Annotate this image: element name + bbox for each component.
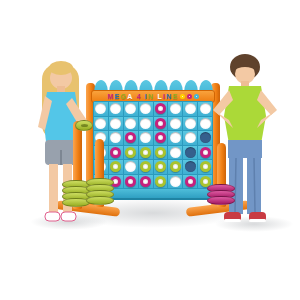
banner-letter: L [157, 93, 162, 100]
empty-hole [125, 103, 136, 114]
empty-hole [110, 118, 121, 129]
cell-r4c6[interactable] [168, 146, 182, 160]
banner-letter: I [163, 93, 165, 100]
cell-r4c4[interactable] [139, 146, 153, 160]
banner-letter: G [121, 93, 127, 100]
cell-r6c6[interactable] [168, 175, 182, 189]
banner-ring-icon [180, 94, 185, 99]
banner-letter: E [115, 93, 120, 100]
cell-r1c2[interactable] [109, 102, 123, 116]
cell-r2c7[interactable] [183, 117, 197, 131]
empty-hole [140, 103, 151, 114]
cell-r6c4[interactable] [139, 175, 153, 189]
dark-hole [185, 161, 196, 172]
cell-r3c6[interactable] [168, 131, 182, 145]
green-ring-stack [86, 178, 114, 205]
empty-hole [185, 103, 196, 114]
magenta-ring [155, 103, 166, 114]
banner-letter: N [166, 93, 171, 100]
cell-r5c4[interactable] [139, 160, 153, 174]
cell-r5c5[interactable] [154, 160, 168, 174]
green-ring [170, 161, 181, 172]
cell-r2c5[interactable] [154, 117, 168, 131]
cell-r4c2[interactable] [109, 146, 123, 160]
cell-r5c6[interactable] [168, 160, 182, 174]
board-grid [93, 101, 213, 189]
cell-r2c4[interactable] [139, 117, 153, 131]
cell-r4c5[interactable] [154, 146, 168, 160]
green-spare-ring [86, 196, 114, 205]
empty-hole [170, 176, 181, 187]
green-ring [140, 161, 151, 172]
green-ring [155, 147, 166, 158]
girl-shoe [45, 212, 60, 221]
green-ring [110, 161, 121, 172]
cell-r1c7[interactable] [183, 102, 197, 116]
cell-r3c7[interactable] [183, 131, 197, 145]
cell-r4c7[interactable] [183, 146, 197, 160]
cell-r5c7[interactable] [183, 160, 197, 174]
empty-hole [110, 132, 121, 143]
banner-letter: M [107, 93, 113, 100]
magenta-ring [155, 132, 166, 143]
cell-r2c2[interactable] [109, 117, 123, 131]
cell-r3c2[interactable] [109, 131, 123, 145]
green-ring [155, 176, 166, 187]
dark-hole [185, 147, 196, 158]
banner-letter: N [148, 93, 153, 100]
empty-hole [185, 118, 196, 129]
girl-leg [49, 164, 58, 214]
empty-hole [170, 103, 181, 114]
magenta-ring [140, 176, 151, 187]
magenta-ring [125, 132, 136, 143]
cell-r3c3[interactable] [124, 131, 138, 145]
cell-r6c3[interactable] [124, 175, 138, 189]
banner-ring-icon [194, 94, 199, 99]
empty-hole [140, 132, 151, 143]
magenta-ring [125, 176, 136, 187]
empty-hole [170, 118, 181, 129]
cell-r2c3[interactable] [124, 117, 138, 131]
cell-r6c5[interactable] [154, 175, 168, 189]
magenta-ring [110, 147, 121, 158]
empty-hole [170, 132, 181, 143]
cell-r1c5[interactable] [154, 102, 168, 116]
cell-r3c5[interactable] [154, 131, 168, 145]
cell-r1c6[interactable] [168, 102, 182, 116]
magenta-ring-stack [207, 184, 235, 205]
cell-r1c3[interactable] [124, 102, 138, 116]
magenta-ring [155, 118, 166, 129]
empty-hole [170, 147, 181, 158]
cell-r2c6[interactable] [168, 117, 182, 131]
empty-hole [185, 132, 196, 143]
empty-hole [140, 118, 151, 129]
magenta-spare-ring [207, 196, 235, 205]
held-green-ring [75, 120, 93, 131]
banner-letter: I [145, 93, 147, 100]
green-ring [125, 147, 136, 158]
banner-letter: E [173, 93, 178, 100]
banner-letter: 4 [137, 93, 141, 100]
green-ring [155, 161, 166, 172]
cell-r5c2[interactable] [109, 160, 123, 174]
banner-ring-icon [187, 94, 192, 99]
green-ring [140, 147, 151, 158]
cell-r6c7[interactable] [183, 175, 197, 189]
empty-hole [125, 161, 136, 172]
cell-r1c4[interactable] [139, 102, 153, 116]
girl-shoe [61, 212, 76, 221]
magenta-ring [185, 176, 196, 187]
banner-letter: A [127, 93, 132, 100]
empty-hole [110, 103, 121, 114]
cell-r4c3[interactable] [124, 146, 138, 160]
scene: MEGA 4 IN LINE [0, 0, 300, 300]
empty-hole [125, 118, 136, 129]
cell-r5c3[interactable] [124, 160, 138, 174]
cell-r3c4[interactable] [139, 131, 153, 145]
